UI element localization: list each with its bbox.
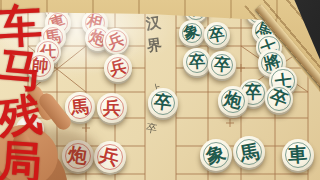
- piece-character: 卒: [208, 26, 226, 44]
- xiangqi-piece-red[interactable]: 兵: [104, 54, 131, 81]
- xiangqi-piece-green[interactable]: 象: [179, 20, 205, 46]
- xiangqi-piece-green[interactable]: 馬: [233, 136, 265, 168]
- piece-character: 兵: [103, 99, 121, 117]
- xiangqi-piece-green[interactable]: 卒: [204, 22, 230, 48]
- xiangqi-piece-green[interactable]: 卒: [148, 88, 177, 117]
- xiangqi-piece-red[interactable]: 炮: [62, 140, 94, 172]
- xiangqi-piece-red[interactable]: 馬: [65, 92, 94, 121]
- xiangqi-piece-red[interactable]: 兵: [94, 141, 126, 173]
- xiangqi-piece-green[interactable]: 炮: [218, 86, 247, 115]
- xiangqi-piece-green[interactable]: 卒: [208, 51, 235, 78]
- piece-character: 車: [288, 145, 308, 165]
- river-text-char: 汉: [145, 13, 162, 34]
- piece-character: 卒: [153, 93, 172, 112]
- xiangqi-piece-green[interactable]: 象: [200, 139, 232, 171]
- piece-character: 卒: [213, 56, 230, 73]
- piece-character: 兵: [108, 58, 128, 78]
- xiangqi-piece-green[interactable]: 車: [282, 139, 314, 171]
- xiangqi-piece-green[interactable]: 卒: [183, 48, 210, 75]
- piece-character: 炮: [67, 145, 89, 167]
- piece-character: 馬: [238, 141, 260, 163]
- xiangqi-piece-red[interactable]: 兵: [103, 28, 129, 54]
- xiangqi-piece-red[interactable]: 帥: [26, 52, 53, 79]
- river-text-char: 界: [146, 35, 163, 56]
- piece-character: 帥: [31, 57, 49, 75]
- piece-character: 卒: [188, 53, 205, 70]
- piece-character: 馬: [70, 97, 89, 116]
- xiangqi-piece-red[interactable]: 兵: [97, 93, 126, 122]
- video-frame: 汉 界 上卒 兵車馬仕帥相炮兵兵馬兵炮兵車象卒卒卒炮馬士將士卒卒炮卒象馬車 车 …: [0, 0, 320, 180]
